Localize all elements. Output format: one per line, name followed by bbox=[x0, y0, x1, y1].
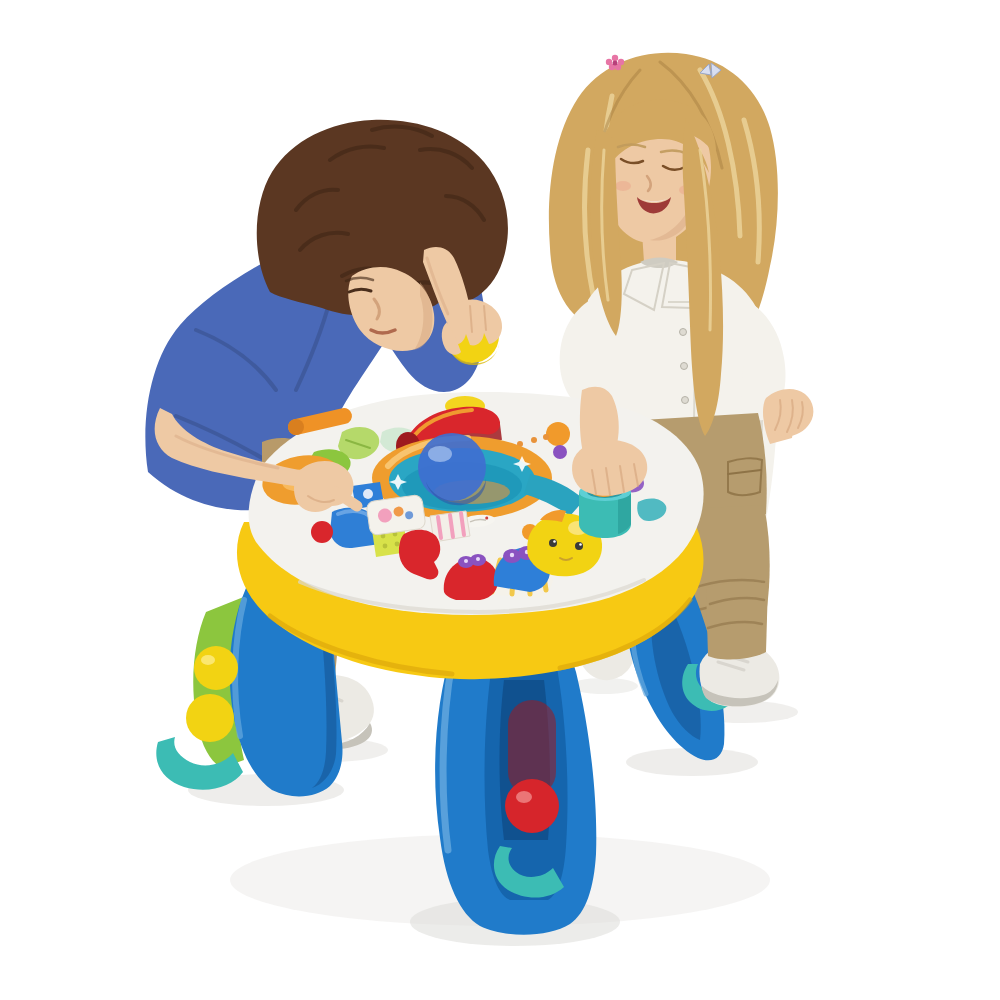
roller-bar-end bbox=[288, 419, 304, 435]
girl-blush-left bbox=[615, 181, 631, 191]
blue-button-icon bbox=[363, 489, 373, 499]
red-round-button bbox=[311, 521, 333, 543]
story-panel bbox=[366, 494, 426, 535]
blue-ball bbox=[418, 433, 486, 501]
caterpillar-eye-left bbox=[549, 539, 557, 547]
roller-drum-cap bbox=[546, 422, 570, 446]
girl-cuff-over-shoe bbox=[706, 582, 768, 660]
product-photo: Studio product photo on a pure white bac… bbox=[0, 0, 1000, 1000]
table-front-leg bbox=[435, 634, 596, 935]
girl-near-foot bbox=[700, 582, 780, 707]
track-yellow-ball-upper bbox=[194, 646, 238, 690]
track-yellow-ball-lower bbox=[186, 694, 234, 742]
red-ball-highlight bbox=[516, 791, 532, 803]
purple-bump bbox=[553, 445, 567, 459]
blue-ball-highlight bbox=[428, 446, 452, 462]
caterpillar-eye-right bbox=[575, 542, 583, 550]
scene-illustration: Studio product photo on a pure white bac… bbox=[0, 0, 1000, 1000]
red-chute-ball bbox=[505, 779, 559, 833]
track-ball-highlight bbox=[201, 655, 215, 665]
